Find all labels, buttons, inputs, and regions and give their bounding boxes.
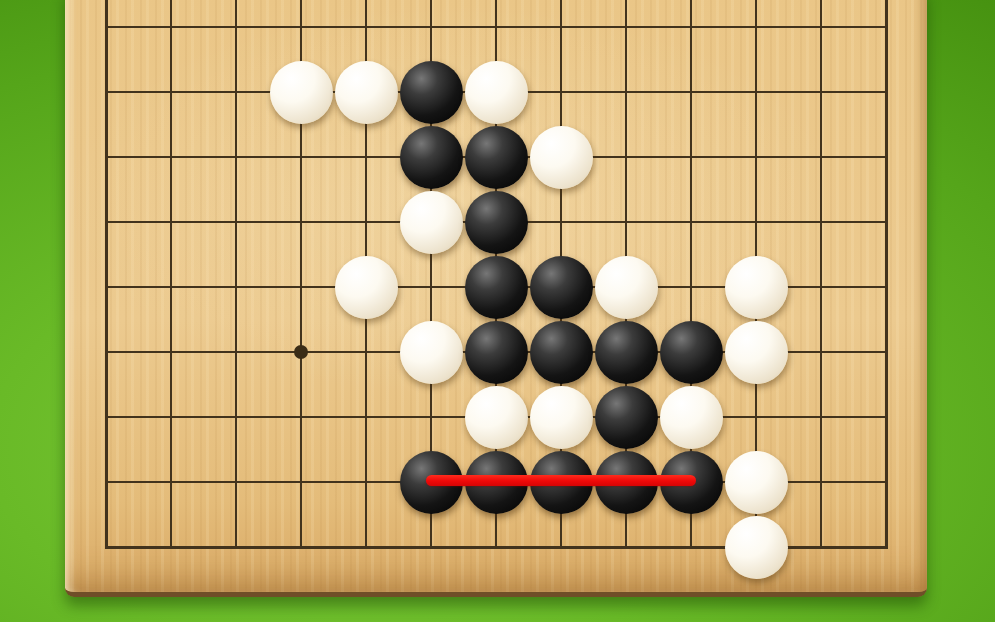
black-stone-glyph: ● xyxy=(400,61,463,124)
stone-white-E5: ○ xyxy=(335,256,398,319)
stone-white-D8: ○ xyxy=(270,61,333,124)
white-stone-glyph: ○ xyxy=(530,386,593,449)
grid-line-vertical-A xyxy=(105,0,108,549)
stone-white-F4: ○ xyxy=(400,321,463,384)
star-point-D4 xyxy=(294,345,308,359)
black-stone-glyph: ● xyxy=(595,386,658,449)
white-stone-glyph: ○ xyxy=(335,61,398,124)
white-stone-glyph: ○ xyxy=(465,386,528,449)
stone-black-G4: ● xyxy=(465,321,528,384)
stone-white-L2: ○ xyxy=(725,451,788,514)
stone-black-G5: ● xyxy=(465,256,528,319)
go-board-scene: ○○●○●●○○●○●●○○○●●●●○○○●○●●●●●○○ xyxy=(0,0,995,622)
stone-black-J3: ● xyxy=(595,386,658,449)
black-stone-glyph: ● xyxy=(465,126,528,189)
stone-black-F8: ● xyxy=(400,61,463,124)
stone-white-J5: ○ xyxy=(595,256,658,319)
white-stone-glyph: ○ xyxy=(465,61,528,124)
black-stone-glyph: ● xyxy=(660,321,723,384)
white-stone-glyph: ○ xyxy=(335,256,398,319)
black-stone-glyph: ● xyxy=(595,321,658,384)
black-stone-glyph: ● xyxy=(465,191,528,254)
black-stone-glyph: ● xyxy=(530,256,593,319)
stone-white-L1: ○ xyxy=(725,516,788,579)
grid-line-horizontal-row9 xyxy=(105,26,888,28)
white-stone-glyph: ○ xyxy=(725,256,788,319)
black-stone-glyph: ● xyxy=(465,256,528,319)
black-stone-glyph: ● xyxy=(530,321,593,384)
stone-black-G7: ● xyxy=(465,126,528,189)
stone-white-H7: ○ xyxy=(530,126,593,189)
stone-white-H3: ○ xyxy=(530,386,593,449)
stone-white-G8: ○ xyxy=(465,61,528,124)
stone-black-G6: ● xyxy=(465,191,528,254)
stone-black-F7: ● xyxy=(400,126,463,189)
grid-line-vertical-B xyxy=(170,0,172,549)
stone-white-G3: ○ xyxy=(465,386,528,449)
white-stone-glyph: ○ xyxy=(400,321,463,384)
white-stone-glyph: ○ xyxy=(530,126,593,189)
black-stone-glyph: ● xyxy=(400,126,463,189)
red-annotation-line xyxy=(426,475,696,486)
white-stone-glyph: ○ xyxy=(725,321,788,384)
grid-line-vertical-C xyxy=(235,0,237,549)
stone-white-E8: ○ xyxy=(335,61,398,124)
stone-white-L4: ○ xyxy=(725,321,788,384)
stone-black-K4: ● xyxy=(660,321,723,384)
stone-white-F6: ○ xyxy=(400,191,463,254)
stone-black-J4: ● xyxy=(595,321,658,384)
white-stone-glyph: ○ xyxy=(725,516,788,579)
black-stone-glyph: ● xyxy=(465,321,528,384)
grid-line-vertical-N xyxy=(885,0,888,549)
stone-white-L5: ○ xyxy=(725,256,788,319)
stone-white-K3: ○ xyxy=(660,386,723,449)
white-stone-glyph: ○ xyxy=(660,386,723,449)
grid-line-vertical-M xyxy=(820,0,822,549)
white-stone-glyph: ○ xyxy=(400,191,463,254)
stone-black-H5: ● xyxy=(530,256,593,319)
white-stone-glyph: ○ xyxy=(725,451,788,514)
white-stone-glyph: ○ xyxy=(270,61,333,124)
stone-black-H4: ● xyxy=(530,321,593,384)
white-stone-glyph: ○ xyxy=(595,256,658,319)
